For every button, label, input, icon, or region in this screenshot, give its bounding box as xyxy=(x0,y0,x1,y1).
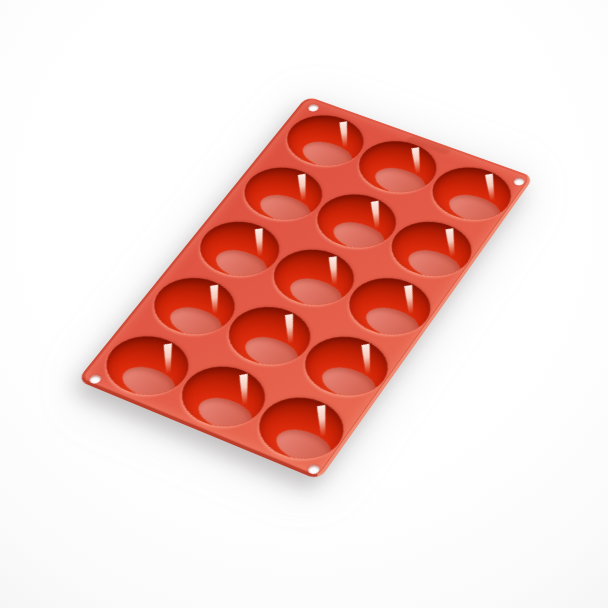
cavity-gloss-highlight xyxy=(337,121,351,148)
cavity-bottom-disc xyxy=(296,136,359,174)
cavity-bottom-disc xyxy=(368,163,432,201)
cavity-bottom-disc xyxy=(283,273,349,314)
cavity-bottom-disc xyxy=(402,244,468,285)
cavity-gloss-highlight xyxy=(208,284,222,315)
cavity-gloss-highlight xyxy=(359,343,375,375)
cavity-bottom-disc xyxy=(209,244,274,285)
cavity-bottom-disc xyxy=(359,302,426,344)
cavity-gloss-highlight xyxy=(326,256,341,286)
corner-hole xyxy=(306,463,322,475)
cavity-bottom-disc xyxy=(327,217,392,257)
cavity-gloss-highlight xyxy=(252,228,266,258)
cavity-bottom-disc xyxy=(238,331,305,374)
cavity-gloss-highlight xyxy=(409,147,424,175)
cavity-gloss-highlight xyxy=(237,373,252,406)
cavity-gloss-highlight xyxy=(314,404,330,437)
corner-hole xyxy=(88,373,103,384)
cavity-bottom-disc xyxy=(115,361,183,405)
cavity-gloss-highlight xyxy=(483,173,499,202)
cavity-gloss-highlight xyxy=(402,284,418,315)
cavity-gloss-highlight xyxy=(443,228,459,258)
corner-hole xyxy=(512,176,526,186)
silicone-mold-plate xyxy=(77,96,534,480)
cavity-gloss-highlight xyxy=(368,200,383,229)
cavity-bottom-disc xyxy=(443,189,507,228)
cavity-bottom-disc xyxy=(191,392,260,437)
cavity-bottom-disc xyxy=(269,423,338,469)
cavity-gloss-highlight xyxy=(295,173,309,201)
photo-background xyxy=(0,0,608,608)
cavity-gloss-highlight xyxy=(161,343,175,375)
mold-shadow-wrapper xyxy=(0,0,608,608)
cavity-gloss-highlight xyxy=(282,313,297,344)
cavity-bottom-disc xyxy=(163,301,230,343)
cavity-bottom-disc xyxy=(253,189,317,228)
corner-hole xyxy=(307,103,321,113)
cavity-bottom-disc xyxy=(315,361,383,405)
